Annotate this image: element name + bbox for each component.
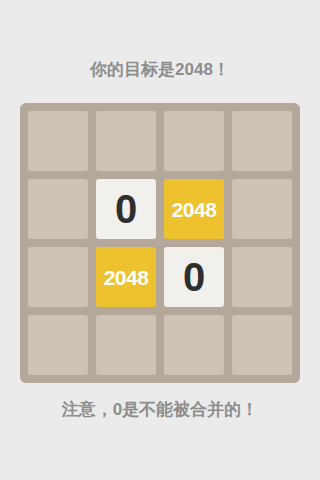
board-cell-r4c2 <box>96 315 156 375</box>
board-cell-r1c2 <box>96 111 156 171</box>
game-screen: 你的目标是2048！ 0 2048 2048 0 注意，0是不能被合并的！ <box>0 0 320 480</box>
board-cell-r1c1 <box>28 111 88 171</box>
tile-value: 0 <box>115 189 137 229</box>
tile-2048-r2c3: 2048 <box>164 179 224 239</box>
board-cell-r4c4 <box>232 315 292 375</box>
board-cell-r2c4 <box>232 179 292 239</box>
note-text: 注意，0是不能被合并的！ <box>0 398 320 422</box>
tile-value: 2048 <box>104 267 149 288</box>
board-cell-r3c1 <box>28 247 88 307</box>
board-cell-r3c4 <box>232 247 292 307</box>
tile-value: 2048 <box>172 199 217 220</box>
tile-0-r3c3: 0 <box>164 247 224 307</box>
board-cell-r4c1 <box>28 315 88 375</box>
tile-value: 0 <box>183 257 205 297</box>
game-board[interactable]: 0 2048 2048 0 <box>20 103 300 383</box>
board-cell-r1c4 <box>232 111 292 171</box>
board-cell-r2c1 <box>28 179 88 239</box>
goal-text: 你的目标是2048！ <box>0 58 320 82</box>
tile-0-r2c2: 0 <box>96 179 156 239</box>
board-cell-r1c3 <box>164 111 224 171</box>
tile-2048-r3c2: 2048 <box>96 247 156 307</box>
board-cell-r4c3 <box>164 315 224 375</box>
